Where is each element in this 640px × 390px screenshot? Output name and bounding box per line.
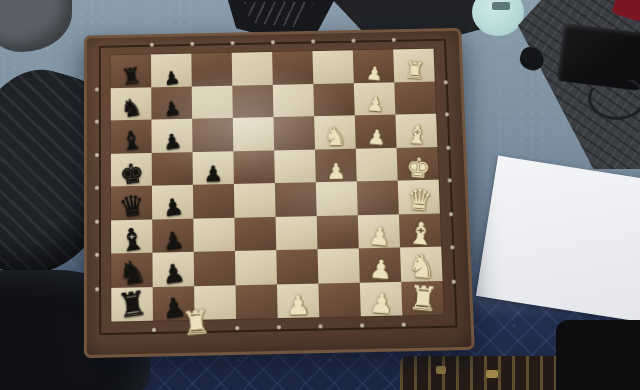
white-pawn-piece: ♟ (286, 294, 310, 317)
square (274, 149, 316, 183)
square: ♜ (393, 49, 435, 82)
black-rook-piece: ♜ (116, 290, 149, 322)
frame-marker-dot (95, 87, 99, 91)
square (232, 52, 273, 85)
frame-marker-dot (450, 245, 454, 249)
black-pawn-piece: ♟ (161, 229, 185, 252)
square (318, 248, 360, 283)
white-king-piece: ♚ (405, 155, 431, 180)
square (233, 117, 274, 151)
black-bishop-piece: ♝ (118, 129, 144, 154)
square: ♝ (111, 120, 152, 154)
board-squares-grid: ♜♟♟♜♞♟♟♝♟♞♟♝♚♟♟♚♛♟♛♝♟♟♝♞♟♟♞♜♟♟♟♜ (110, 48, 445, 323)
white-pawn-piece: ♟ (366, 97, 384, 115)
square: ♟ (359, 247, 401, 282)
square: ♟ (358, 214, 400, 248)
square (152, 152, 193, 186)
square: ♟ (152, 252, 194, 287)
frame-marker-dot (271, 40, 275, 44)
square: ♞ (111, 87, 152, 121)
black-bishop-piece: ♝ (117, 225, 147, 254)
square (276, 216, 318, 250)
square (316, 181, 358, 215)
black-pawn-piece: ♟ (161, 262, 186, 287)
square: ♝ (395, 114, 437, 148)
square: ♟ (152, 218, 194, 253)
frame-marker-dot (150, 43, 154, 47)
square: ♞ (111, 253, 153, 288)
square (236, 284, 278, 319)
square: ♜ (111, 287, 153, 322)
square: ♟ (193, 151, 234, 185)
white-pawn-piece: ♟ (368, 258, 392, 281)
white-pawn-piece: ♟ (365, 66, 382, 82)
white-queen-piece: ♛ (405, 187, 432, 213)
white-pawn-piece: ♟ (368, 291, 393, 316)
frame-marker-dot (190, 42, 194, 46)
white-bishop-piece: ♝ (406, 219, 435, 247)
square: ♚ (397, 147, 439, 181)
frame-marker-dot (452, 279, 456, 283)
square: ♞ (400, 247, 443, 282)
square: ♚ (111, 152, 152, 186)
square (317, 215, 359, 249)
square (233, 150, 275, 184)
square (234, 183, 276, 217)
square: ♟ (315, 148, 357, 182)
frame-marker-dot (277, 325, 281, 329)
black-rook-piece: ♜ (120, 66, 143, 88)
square (193, 217, 235, 252)
black-pawn-piece: ♟ (162, 69, 180, 86)
chess-board: ♜♟♟♜♞♟♟♝♟♞♟♝♚♟♟♚♛♟♛♝♟♟♝♞♟♟♞♜♟♟♟♜ ♜ (84, 28, 475, 358)
square (318, 282, 360, 317)
frame-marker-dot (231, 41, 235, 45)
frame-marker-dot (235, 326, 239, 330)
frame-marker-dot (152, 328, 156, 332)
square (191, 53, 232, 86)
square: ♝ (111, 219, 152, 254)
square: ♛ (111, 186, 152, 220)
square: ♟ (151, 54, 192, 87)
square (313, 83, 354, 116)
frame-marker-dot (360, 323, 364, 327)
square (356, 147, 398, 181)
white-knight-piece: ♞ (406, 252, 436, 281)
square (232, 84, 273, 117)
black-pawn-piece: ♟ (203, 165, 223, 184)
frame-marker-dot (446, 145, 450, 149)
white-knight-piece: ♞ (323, 126, 347, 148)
square (273, 116, 314, 150)
square: ♛ (398, 180, 440, 214)
black-pawn-piece: ♟ (162, 133, 183, 153)
square (357, 181, 399, 215)
square (192, 85, 233, 119)
square: ♜ (401, 280, 444, 315)
zipper-pull-icon (486, 370, 498, 378)
square: ♟ (355, 115, 397, 149)
square: ♞ (314, 115, 356, 149)
square: ♟ (152, 185, 193, 219)
black-pawn-piece: ♟ (161, 197, 184, 219)
square (234, 216, 276, 250)
white-pawn-piece: ♟ (366, 129, 386, 148)
square (272, 51, 313, 84)
square (193, 184, 235, 218)
white-pawn-piece: ♟ (367, 226, 390, 248)
square: ♟ (151, 119, 192, 153)
square: ♟ (360, 281, 403, 316)
black-floor-area-bottom-right (556, 320, 640, 390)
frame-marker-dot (449, 212, 453, 216)
square: ♟ (151, 86, 192, 120)
square (235, 250, 277, 285)
frame-marker-dot (351, 39, 355, 43)
square (276, 249, 318, 284)
square (275, 182, 317, 216)
frame-marker-dot (402, 323, 406, 327)
black-king-piece: ♚ (118, 161, 145, 187)
square (194, 251, 236, 286)
black-knight-piece: ♞ (119, 97, 143, 120)
frame-marker-dot (318, 324, 322, 328)
frame-marker-dot (311, 40, 315, 44)
square (192, 118, 233, 152)
frame-marker-dot (444, 80, 448, 84)
frame-marker-dot (95, 153, 99, 157)
frame-marker-dot (392, 38, 396, 42)
black-pawn-piece: ♟ (162, 101, 181, 119)
frame-marker-dot (95, 287, 99, 291)
dark-bag-bottom-right (400, 356, 568, 390)
black-queen-piece: ♛ (117, 193, 146, 221)
square: ♟ (353, 49, 394, 82)
zipper-pull-icon (436, 366, 446, 374)
square: ♟ (354, 82, 396, 115)
square (394, 81, 436, 114)
square: ♜ (111, 54, 152, 87)
square: ♟ (277, 283, 319, 318)
frame-marker-dot (95, 219, 99, 223)
white-rook-piece: ♜ (403, 61, 425, 82)
teal-ball-marking (492, 2, 510, 10)
square: ♝ (399, 213, 441, 247)
spare-white-rook-on-frame: ♜ (181, 308, 214, 356)
square (312, 50, 353, 83)
white-bishop-piece: ♝ (404, 124, 428, 147)
white-pawn-piece: ♟ (326, 162, 346, 181)
frame-marker-dot (448, 178, 452, 182)
square (273, 84, 314, 117)
white-rook-piece: ♜ (407, 284, 439, 315)
photo-scene: ♜♟♟♜♞♟♟♝♟♞♟♝♚♟♟♚♛♟♛♝♟♟♝♞♟♟♞♜♟♟♟♜ ♜ (0, 0, 640, 390)
frame-marker-dot (445, 112, 449, 116)
white-paper-sheet (476, 156, 640, 323)
